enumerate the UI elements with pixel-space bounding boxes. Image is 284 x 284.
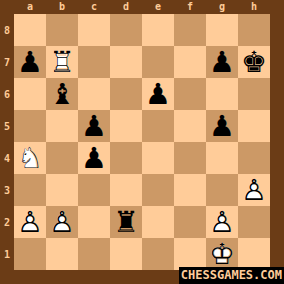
file-label-f: f [174,0,206,14]
square-b4 [46,142,78,174]
rank-label-5: 5 [0,110,14,142]
square-f3 [174,174,206,206]
square-b8 [46,14,78,46]
square-g8 [206,14,238,46]
rank-label-8: 8 [0,14,14,46]
piece-black-pawn-c4: ♟ [78,142,110,174]
square-d7 [110,46,142,78]
chess-board: ♟♜♖♟♚♝♟♟♟♞♘♟♟♙♟♙♟♙♜♟♙♚♔ [14,14,270,270]
piece-white-king-g1: ♚♔ [206,238,238,270]
square-e4 [142,142,174,174]
square-h3: ♟♙ [238,174,270,206]
square-f4 [174,142,206,174]
square-a3 [14,174,46,206]
square-f7 [174,46,206,78]
square-a8 [14,14,46,46]
square-e2 [142,206,174,238]
square-a1 [14,238,46,270]
file-label-d: d [110,0,142,14]
square-g1: ♚♔ [206,238,238,270]
piece-white-rook-b7: ♜♖ [46,46,78,78]
piece-black-pawn-e6: ♟ [142,78,174,110]
square-g2: ♟♙ [206,206,238,238]
piece-black-king-h7: ♚ [238,46,270,78]
rank-label-7: 7 [0,46,14,78]
square-d5 [110,110,142,142]
file-label-b: b [46,0,78,14]
square-b7: ♜♖ [46,46,78,78]
piece-black-rook-d2: ♜ [110,206,142,238]
square-e6: ♟ [142,78,174,110]
square-a5 [14,110,46,142]
piece-black-pawn-a7: ♟ [14,46,46,78]
square-g3 [206,174,238,206]
square-c7 [78,46,110,78]
square-c1 [78,238,110,270]
rank-labels: 87654321 [0,14,14,270]
square-e8 [142,14,174,46]
square-f8 [174,14,206,46]
rank-label-3: 3 [0,174,14,206]
rank-label-6: 6 [0,78,14,110]
square-g5: ♟ [206,110,238,142]
square-b5 [46,110,78,142]
piece-black-pawn-g7: ♟ [206,46,238,78]
square-f1 [174,238,206,270]
square-d3 [110,174,142,206]
piece-white-pawn-a2: ♟♙ [14,206,46,238]
square-g4 [206,142,238,174]
rank-label-2: 2 [0,206,14,238]
piece-white-pawn-g2: ♟♙ [206,206,238,238]
square-a2: ♟♙ [14,206,46,238]
square-e1 [142,238,174,270]
square-a4: ♞♘ [14,142,46,174]
piece-white-pawn-h3: ♟♙ [238,174,270,206]
square-a6 [14,78,46,110]
piece-black-bishop-b6: ♝ [46,78,78,110]
square-h1 [238,238,270,270]
square-d1 [110,238,142,270]
square-h2 [238,206,270,238]
square-d2: ♜ [110,206,142,238]
square-a7: ♟ [14,46,46,78]
rank-label-4: 4 [0,142,14,174]
square-c3 [78,174,110,206]
square-h6 [238,78,270,110]
square-e5 [142,110,174,142]
square-b3 [46,174,78,206]
file-label-e: e [142,0,174,14]
square-c8 [78,14,110,46]
square-c5: ♟ [78,110,110,142]
square-d6 [110,78,142,110]
file-label-h: h [238,0,270,14]
piece-black-pawn-c5: ♟ [78,110,110,142]
square-b1 [46,238,78,270]
square-d8 [110,14,142,46]
square-f6 [174,78,206,110]
square-g7: ♟ [206,46,238,78]
square-f2 [174,206,206,238]
square-g6 [206,78,238,110]
square-c4: ♟ [78,142,110,174]
square-c6 [78,78,110,110]
rank-label-1: 1 [0,238,14,270]
square-e3 [142,174,174,206]
piece-white-knight-a4: ♞♘ [14,142,46,174]
square-b2: ♟♙ [46,206,78,238]
file-label-a: a [14,0,46,14]
file-labels: abcdefgh [14,0,270,14]
chessgames-watermark: CHESSGAMES.COM [179,267,284,284]
square-e7 [142,46,174,78]
chess-diagram: abcdefgh 87654321 ♟♜♖♟♚♝♟♟♟♞♘♟♟♙♟♙♟♙♜♟♙♚… [0,0,284,284]
piece-black-pawn-g5: ♟ [206,110,238,142]
square-d4 [110,142,142,174]
piece-white-pawn-b2: ♟♙ [46,206,78,238]
square-c2 [78,206,110,238]
square-f5 [174,110,206,142]
square-h7: ♚ [238,46,270,78]
file-label-g: g [206,0,238,14]
square-h4 [238,142,270,174]
square-h8 [238,14,270,46]
file-label-c: c [78,0,110,14]
square-b6: ♝ [46,78,78,110]
square-h5 [238,110,270,142]
